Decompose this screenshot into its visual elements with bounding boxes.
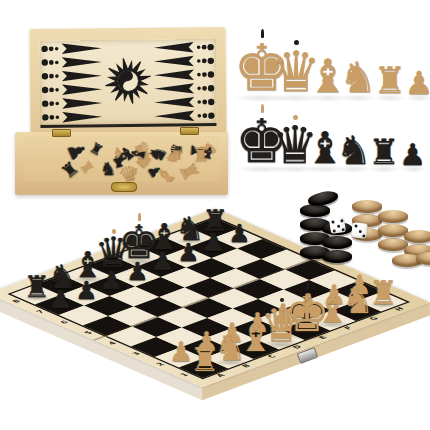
standing-pawn-wood: ♟ bbox=[403, 67, 430, 99]
checker-wood bbox=[352, 200, 382, 213]
board-piece-black-pawn-d7: ♟ bbox=[125, 259, 150, 284]
checker-black bbox=[300, 204, 330, 217]
die-pip bbox=[331, 220, 334, 223]
checker-black bbox=[322, 236, 352, 249]
king-finial-topper bbox=[138, 213, 141, 221]
die bbox=[329, 217, 346, 234]
die-pip bbox=[354, 224, 357, 227]
board-piece-black-pawn-a7: ♟ bbox=[49, 287, 74, 312]
die bbox=[351, 222, 368, 239]
board-piece-black-pawn-g7: ♟ bbox=[202, 230, 227, 255]
queen-ball-topper bbox=[112, 229, 117, 234]
queen-ball-topper bbox=[294, 40, 299, 45]
standing-pawn-black: ♟ bbox=[398, 140, 428, 170]
board-piece-black-pawn-f7: ♟ bbox=[176, 240, 201, 265]
king-finial-topper bbox=[261, 29, 264, 38]
board-piece-black-pawn-e7: ♟ bbox=[151, 249, 176, 274]
king-finial-topper bbox=[306, 282, 309, 290]
board-piece-black-pawn-b7: ♟ bbox=[74, 278, 99, 303]
board-piece-black-pawn-c7: ♟ bbox=[100, 268, 125, 293]
checker-wood bbox=[404, 230, 430, 243]
die-pip bbox=[336, 224, 339, 227]
product-photo-canvas: ♝♝♞♟♜♛♜♜♞♝♞♝♝♟♜♞♜♝♛♜♞♝♝♞♛♝ ♚♛♝♞♜♟♚♛♝♞♜♟ … bbox=[0, 0, 430, 430]
die-pip bbox=[341, 228, 344, 231]
checker-black bbox=[322, 250, 352, 263]
standing-rook-black: ♜ bbox=[367, 135, 402, 170]
die-pip bbox=[358, 229, 361, 232]
die-pip bbox=[333, 229, 336, 232]
queen-ball-topper bbox=[293, 115, 298, 120]
board-piece-wood-rook-a1: ♜ bbox=[189, 343, 222, 376]
die-pip bbox=[362, 234, 365, 237]
king-finial-topper bbox=[261, 104, 264, 113]
board-piece-black-rook-a8: ♜ bbox=[22, 272, 52, 302]
checker-wood bbox=[378, 210, 408, 223]
die-pip bbox=[340, 219, 343, 222]
board-piece-black-pawn-h7: ♟ bbox=[227, 221, 252, 246]
